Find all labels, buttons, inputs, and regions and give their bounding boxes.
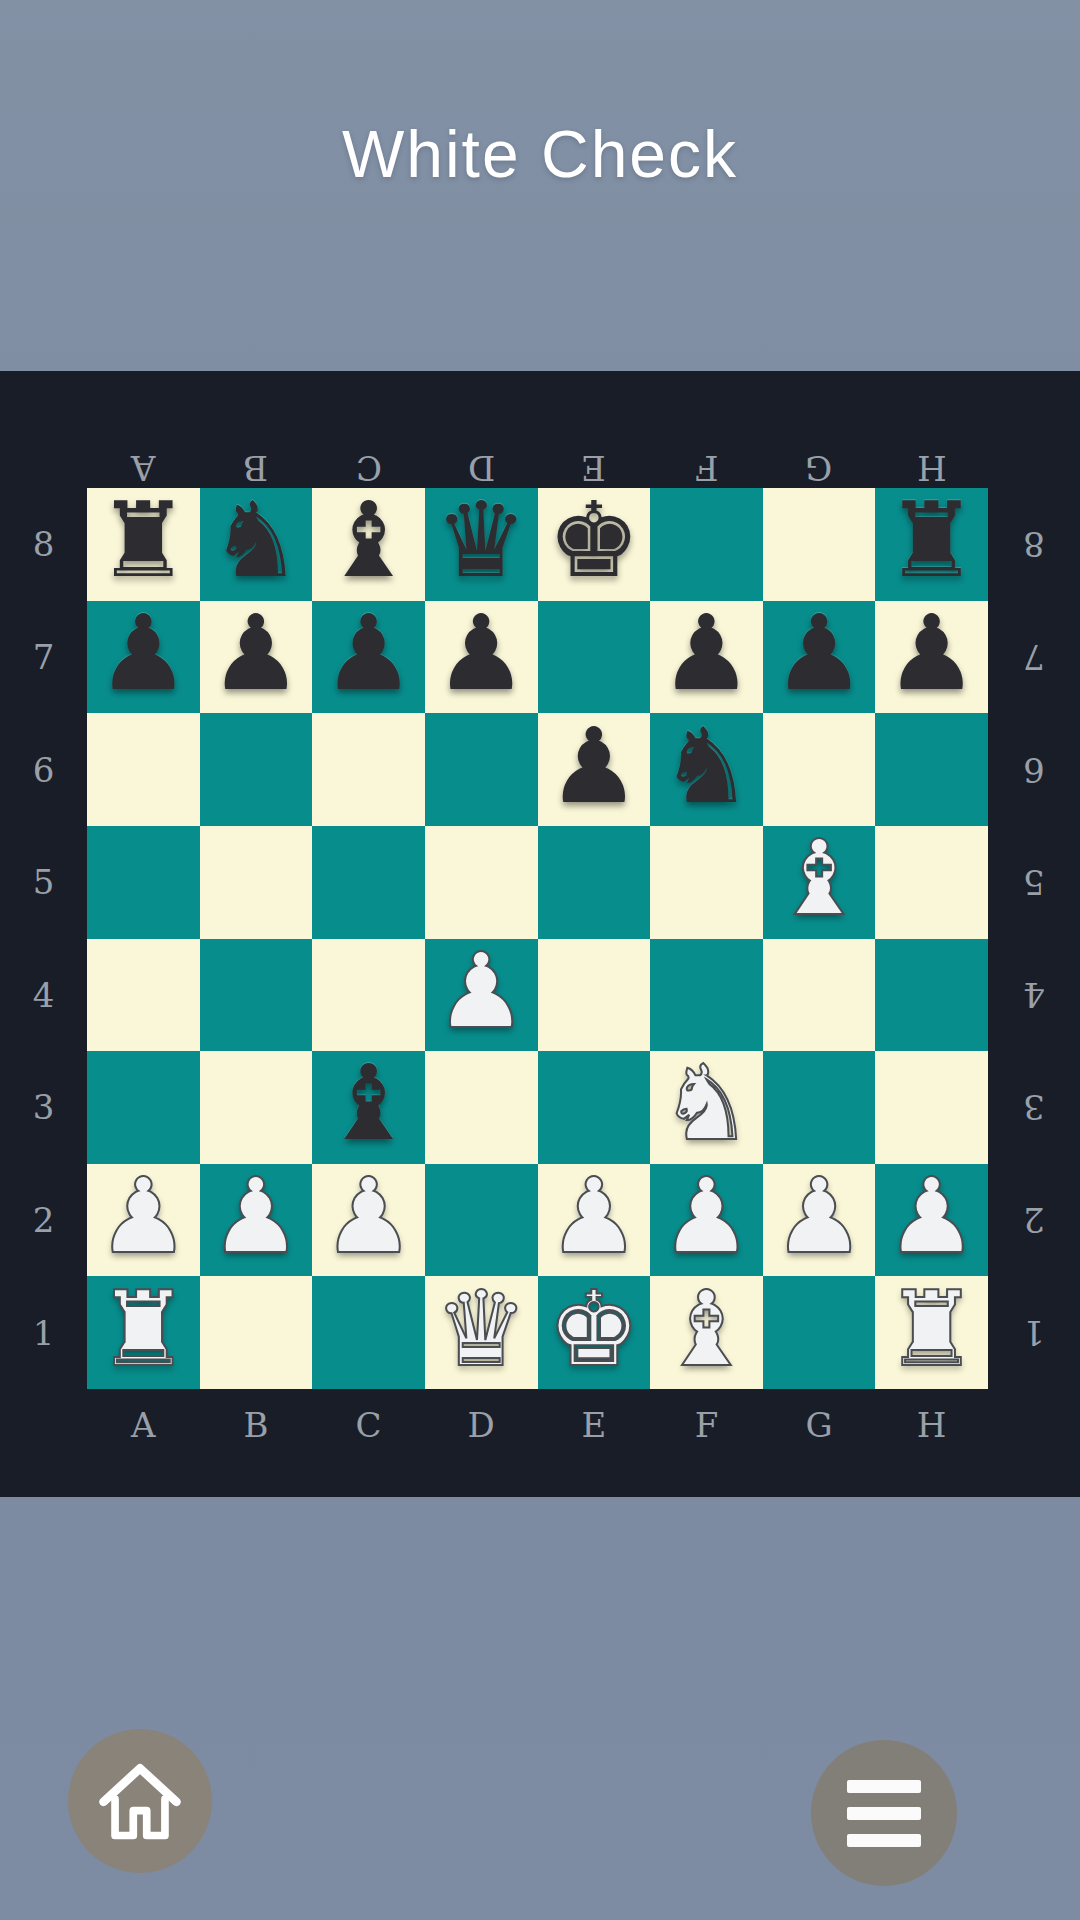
square-d6[interactable] <box>425 713 538 826</box>
rank-label-right-8: 8 <box>1023 524 1045 564</box>
rank-label-right-1: 1 <box>1023 1313 1045 1353</box>
square-d5[interactable] <box>425 826 538 939</box>
square-g8[interactable] <box>763 488 876 601</box>
piece-black-pawn: ♟ <box>547 714 640 818</box>
chess-board: ♜♞♝♛♚♜♟♟♟♟♟♟♟♟♞♝♟♝♞♟♟♟♟♟♟♟♜♛♚♝♜ <box>87 488 988 1389</box>
square-c1[interactable] <box>312 1276 425 1389</box>
rank-label-right-4: 4 <box>1023 975 1045 1015</box>
piece-black-knight: ♞ <box>209 488 302 592</box>
file-label-bottom-a: A <box>131 1389 156 1445</box>
rank-label-right-3: 3 <box>1023 1087 1045 1127</box>
piece-white-pawn: ♟ <box>885 1164 978 1268</box>
square-f5[interactable] <box>650 826 763 939</box>
home-icon <box>92 1752 188 1851</box>
rank-labels-right: 87654321 <box>988 488 1080 1389</box>
rank-label-left-3: 3 <box>33 1087 55 1127</box>
square-f3[interactable]: ♞ <box>650 1051 763 1164</box>
square-g7[interactable]: ♟ <box>763 601 876 714</box>
rank-labels-left: 87654321 <box>0 488 87 1389</box>
square-f1[interactable]: ♝ <box>650 1276 763 1389</box>
square-g1[interactable] <box>763 1276 876 1389</box>
square-f8[interactable] <box>650 488 763 601</box>
file-label-top-g: G <box>805 436 832 488</box>
square-e7[interactable] <box>538 601 651 714</box>
square-d7[interactable]: ♟ <box>425 601 538 714</box>
square-h1[interactable]: ♜ <box>875 1276 988 1389</box>
square-h2[interactable]: ♟ <box>875 1164 988 1277</box>
square-e4[interactable] <box>538 939 651 1052</box>
square-f4[interactable] <box>650 939 763 1052</box>
square-a8[interactable]: ♜ <box>87 488 200 601</box>
hamburger-menu-icon <box>847 1780 921 1847</box>
home-button[interactable] <box>68 1729 212 1873</box>
square-f7[interactable]: ♟ <box>650 601 763 714</box>
file-labels-bottom: ABCDEFGH <box>87 1389 988 1497</box>
square-a2[interactable]: ♟ <box>87 1164 200 1277</box>
rank-label-right-5: 5 <box>1023 862 1045 902</box>
square-d8[interactable]: ♛ <box>425 488 538 601</box>
rank-label-left-8: 8 <box>33 524 55 564</box>
square-h5[interactable] <box>875 826 988 939</box>
square-e8[interactable]: ♚ <box>538 488 651 601</box>
piece-white-knight: ♞ <box>660 1051 753 1155</box>
piece-black-rook: ♜ <box>885 488 978 592</box>
rank-label-right-7: 7 <box>1023 637 1045 677</box>
piece-black-pawn: ♟ <box>97 601 190 705</box>
piece-white-pawn: ♟ <box>547 1164 640 1268</box>
file-labels-top: ABCDEFGH <box>87 371 988 488</box>
square-b8[interactable]: ♞ <box>200 488 313 601</box>
piece-black-king: ♚ <box>547 488 640 592</box>
menu-button[interactable] <box>811 1740 957 1886</box>
rank-label-left-6: 6 <box>33 750 55 790</box>
square-d1[interactable]: ♛ <box>425 1276 538 1389</box>
piece-white-rook: ♜ <box>885 1277 978 1381</box>
square-e1[interactable]: ♚ <box>538 1276 651 1389</box>
square-c5[interactable] <box>312 826 425 939</box>
square-h6[interactable] <box>875 713 988 826</box>
square-b4[interactable] <box>200 939 313 1052</box>
piece-black-pawn: ♟ <box>772 601 865 705</box>
rank-label-left-7: 7 <box>33 637 55 677</box>
rank-label-left-5: 5 <box>33 862 55 902</box>
piece-white-pawn: ♟ <box>660 1164 753 1268</box>
file-label-bottom-b: B <box>243 1389 268 1445</box>
piece-white-pawn: ♟ <box>435 939 528 1043</box>
piece-white-bishop: ♝ <box>772 826 865 930</box>
piece-white-queen: ♛ <box>435 1277 528 1381</box>
square-c3[interactable]: ♝ <box>312 1051 425 1164</box>
square-g6[interactable] <box>763 713 876 826</box>
square-f6[interactable]: ♞ <box>650 713 763 826</box>
piece-black-pawn: ♟ <box>660 601 753 705</box>
square-a7[interactable]: ♟ <box>87 601 200 714</box>
piece-black-bishop: ♝ <box>322 1051 415 1155</box>
piece-white-bishop: ♝ <box>660 1277 753 1381</box>
square-h3[interactable] <box>875 1051 988 1164</box>
piece-black-bishop: ♝ <box>322 488 415 592</box>
square-e5[interactable] <box>538 826 651 939</box>
piece-black-pawn: ♟ <box>322 601 415 705</box>
square-d3[interactable] <box>425 1051 538 1164</box>
square-c8[interactable]: ♝ <box>312 488 425 601</box>
piece-white-pawn: ♟ <box>322 1164 415 1268</box>
square-b5[interactable] <box>200 826 313 939</box>
square-b6[interactable] <box>200 713 313 826</box>
piece-black-rook: ♜ <box>97 488 190 592</box>
square-e3[interactable] <box>538 1051 651 1164</box>
piece-white-pawn: ♟ <box>772 1164 865 1268</box>
square-b7[interactable]: ♟ <box>200 601 313 714</box>
square-d2[interactable] <box>425 1164 538 1277</box>
file-label-bottom-f: F <box>695 1389 719 1445</box>
piece-black-knight: ♞ <box>660 714 753 818</box>
square-a3[interactable] <box>87 1051 200 1164</box>
square-e2[interactable]: ♟ <box>538 1164 651 1277</box>
status-title: White Check <box>0 116 1080 192</box>
square-h8[interactable]: ♜ <box>875 488 988 601</box>
piece-white-rook: ♜ <box>97 1277 190 1381</box>
file-label-bottom-e: E <box>581 1389 606 1445</box>
square-b3[interactable] <box>200 1051 313 1164</box>
board-panel: ABCDEFGH 87654321 ♜♞♝♛♚♜♟♟♟♟♟♟♟♟♞♝♟♝♞♟♟♟… <box>0 371 1080 1497</box>
piece-black-pawn: ♟ <box>885 601 978 705</box>
file-label-top-f: F <box>695 436 719 488</box>
file-label-bottom-c: C <box>356 1389 382 1445</box>
square-b1[interactable] <box>200 1276 313 1389</box>
file-label-bottom-d: D <box>468 1389 495 1445</box>
file-label-bottom-g: G <box>805 1389 832 1445</box>
file-label-bottom-h: H <box>917 1389 947 1445</box>
piece-white-king: ♚ <box>547 1277 640 1381</box>
square-a6[interactable] <box>87 713 200 826</box>
square-c6[interactable] <box>312 713 425 826</box>
square-d4[interactable]: ♟ <box>425 939 538 1052</box>
rank-label-left-2: 2 <box>33 1200 55 1240</box>
square-g5[interactable]: ♝ <box>763 826 876 939</box>
square-b2[interactable]: ♟ <box>200 1164 313 1277</box>
square-a4[interactable] <box>87 939 200 1052</box>
square-c4[interactable] <box>312 939 425 1052</box>
piece-white-pawn: ♟ <box>97 1164 190 1268</box>
square-g3[interactable] <box>763 1051 876 1164</box>
piece-black-queen: ♛ <box>435 488 528 592</box>
square-g2[interactable]: ♟ <box>763 1164 876 1277</box>
piece-black-pawn: ♟ <box>435 601 528 705</box>
rank-label-right-2: 2 <box>1023 1200 1045 1240</box>
piece-white-pawn: ♟ <box>209 1164 302 1268</box>
square-c7[interactable]: ♟ <box>312 601 425 714</box>
square-h7[interactable]: ♟ <box>875 601 988 714</box>
square-f2[interactable]: ♟ <box>650 1164 763 1277</box>
square-e6[interactable]: ♟ <box>538 713 651 826</box>
rank-label-left-4: 4 <box>33 975 55 1015</box>
square-g4[interactable] <box>763 939 876 1052</box>
square-a5[interactable] <box>87 826 200 939</box>
piece-black-pawn: ♟ <box>209 601 302 705</box>
rank-label-right-6: 6 <box>1023 750 1045 790</box>
square-h4[interactable] <box>875 939 988 1052</box>
rank-label-left-1: 1 <box>33 1313 55 1353</box>
square-c2[interactable]: ♟ <box>312 1164 425 1277</box>
square-a1[interactable]: ♜ <box>87 1276 200 1389</box>
